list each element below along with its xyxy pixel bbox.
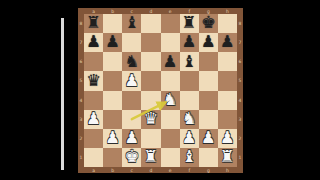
piece-white-rook: ♜ xyxy=(218,148,237,167)
square-h6[interactable] xyxy=(218,52,237,71)
piece-black-pawn: ♟ xyxy=(199,33,218,52)
square-c8[interactable]: ♝ xyxy=(122,14,141,33)
rank-labels-right: 87654321 xyxy=(237,14,243,167)
piece-white-pawn: ♟ xyxy=(218,129,237,148)
square-h3[interactable] xyxy=(218,110,237,129)
square-g4[interactable] xyxy=(199,91,218,110)
square-g8[interactable]: ♚ xyxy=(199,14,218,33)
square-d2[interactable] xyxy=(141,129,160,148)
piece-white-bishop: ♝ xyxy=(180,148,199,167)
square-b1[interactable] xyxy=(103,148,122,167)
page-edge xyxy=(61,18,64,170)
square-h4[interactable] xyxy=(218,91,237,110)
piece-black-pawn: ♟ xyxy=(161,52,180,71)
square-h7[interactable]: ♟ xyxy=(218,33,237,52)
coordinate-label: 6 xyxy=(237,52,243,71)
piece-white-pawn: ♟ xyxy=(103,129,122,148)
piece-white-pawn: ♟ xyxy=(122,129,141,148)
coordinate-label: b xyxy=(103,167,122,173)
piece-white-pawn: ♟ xyxy=(180,129,199,148)
square-e7[interactable] xyxy=(161,33,180,52)
coordinate-label: g xyxy=(199,167,218,173)
square-f5[interactable] xyxy=(180,71,199,90)
piece-black-bishop: ♝ xyxy=(180,52,199,71)
piece-black-pawn: ♟ xyxy=(180,33,199,52)
square-c7[interactable] xyxy=(122,33,141,52)
coordinate-label: 7 xyxy=(237,33,243,52)
coordinate-label: 8 xyxy=(237,14,243,33)
square-d1[interactable]: ♜ xyxy=(141,148,160,167)
square-a5[interactable]: ♛ xyxy=(84,71,103,90)
square-c1[interactable]: ♚ xyxy=(122,148,141,167)
square-d8[interactable] xyxy=(141,14,160,33)
square-f8[interactable]: ♜ xyxy=(180,14,199,33)
square-e2[interactable] xyxy=(161,129,180,148)
piece-white-knight: ♞ xyxy=(161,91,180,110)
square-b6[interactable] xyxy=(103,52,122,71)
coordinate-label: f xyxy=(180,167,199,173)
coordinate-label: h xyxy=(218,167,237,173)
square-d6[interactable] xyxy=(141,52,160,71)
square-a8[interactable]: ♜ xyxy=(84,14,103,33)
square-e4[interactable]: ♞ xyxy=(161,91,180,110)
square-d7[interactable] xyxy=(141,33,160,52)
square-e5[interactable] xyxy=(161,71,180,90)
square-g1[interactable] xyxy=(199,148,218,167)
square-g6[interactable] xyxy=(199,52,218,71)
piece-black-pawn: ♟ xyxy=(103,33,122,52)
square-f7[interactable]: ♟ xyxy=(180,33,199,52)
chess-board-frame: abcdefgh abcdefgh 87654321 87654321 ♜♝♜♚… xyxy=(78,8,243,173)
square-e6[interactable]: ♟ xyxy=(161,52,180,71)
square-h8[interactable] xyxy=(218,14,237,33)
square-b3[interactable] xyxy=(103,110,122,129)
square-d5[interactable] xyxy=(141,71,160,90)
square-a1[interactable] xyxy=(84,148,103,167)
coordinate-label: a xyxy=(84,167,103,173)
piece-black-pawn: ♟ xyxy=(218,33,237,52)
file-labels-bottom: abcdefgh xyxy=(84,167,237,173)
square-a4[interactable] xyxy=(84,91,103,110)
piece-white-queen: ♛ xyxy=(141,110,160,129)
square-c4[interactable] xyxy=(122,91,141,110)
square-a2[interactable] xyxy=(84,129,103,148)
chess-board: ♜♝♜♚♟♟♟♟♟♞♟♝♛♟♞♟♛♞♟♟♟♟♟♚♜♝♜ xyxy=(84,14,237,167)
square-c6[interactable]: ♞ xyxy=(122,52,141,71)
square-c5[interactable]: ♟ xyxy=(122,71,141,90)
piece-black-queen: ♛ xyxy=(84,71,103,90)
square-c2[interactable]: ♟ xyxy=(122,129,141,148)
square-d3[interactable]: ♛ xyxy=(141,110,160,129)
square-e1[interactable] xyxy=(161,148,180,167)
piece-black-knight: ♞ xyxy=(122,52,141,71)
piece-black-rook: ♜ xyxy=(84,14,103,33)
piece-white-pawn: ♟ xyxy=(122,71,141,90)
square-e3[interactable] xyxy=(161,110,180,129)
square-a3[interactable]: ♟ xyxy=(84,110,103,129)
square-b8[interactable] xyxy=(103,14,122,33)
square-h2[interactable]: ♟ xyxy=(218,129,237,148)
square-b2[interactable]: ♟ xyxy=(103,129,122,148)
coordinate-label: d xyxy=(141,167,160,173)
square-b7[interactable]: ♟ xyxy=(103,33,122,52)
piece-black-rook: ♜ xyxy=(180,14,199,33)
piece-white-rook: ♜ xyxy=(141,148,160,167)
square-d4[interactable] xyxy=(141,91,160,110)
square-e8[interactable] xyxy=(161,14,180,33)
coordinate-label: 4 xyxy=(237,91,243,110)
piece-white-knight: ♞ xyxy=(180,110,199,129)
square-b5[interactable] xyxy=(103,71,122,90)
square-f1[interactable]: ♝ xyxy=(180,148,199,167)
coordinate-label: e xyxy=(161,167,180,173)
square-f3[interactable]: ♞ xyxy=(180,110,199,129)
square-a7[interactable]: ♟ xyxy=(84,33,103,52)
square-g5[interactable] xyxy=(199,71,218,90)
square-f4[interactable] xyxy=(180,91,199,110)
square-g2[interactable]: ♟ xyxy=(199,129,218,148)
coordinate-label: 3 xyxy=(237,110,243,129)
piece-black-bishop: ♝ xyxy=(122,14,141,33)
square-b4[interactable] xyxy=(103,91,122,110)
coordinate-label: 2 xyxy=(237,129,243,148)
square-h1[interactable]: ♜ xyxy=(218,148,237,167)
square-g3[interactable] xyxy=(199,110,218,129)
video-frame: abcdefgh abcdefgh 87654321 87654321 ♜♝♜♚… xyxy=(0,0,320,180)
coordinate-label: 5 xyxy=(237,71,243,90)
piece-black-pawn: ♟ xyxy=(84,33,103,52)
square-c3[interactable] xyxy=(122,110,141,129)
square-h5[interactable] xyxy=(218,71,237,90)
square-a6[interactable] xyxy=(84,52,103,71)
square-g7[interactable]: ♟ xyxy=(199,33,218,52)
piece-black-king: ♚ xyxy=(199,14,218,33)
square-f6[interactable]: ♝ xyxy=(180,52,199,71)
piece-white-king: ♚ xyxy=(122,148,141,167)
coordinate-label: c xyxy=(122,167,141,173)
square-f2[interactable]: ♟ xyxy=(180,129,199,148)
piece-white-pawn: ♟ xyxy=(199,129,218,148)
piece-white-pawn: ♟ xyxy=(84,110,103,129)
coordinate-label: 1 xyxy=(237,148,243,167)
